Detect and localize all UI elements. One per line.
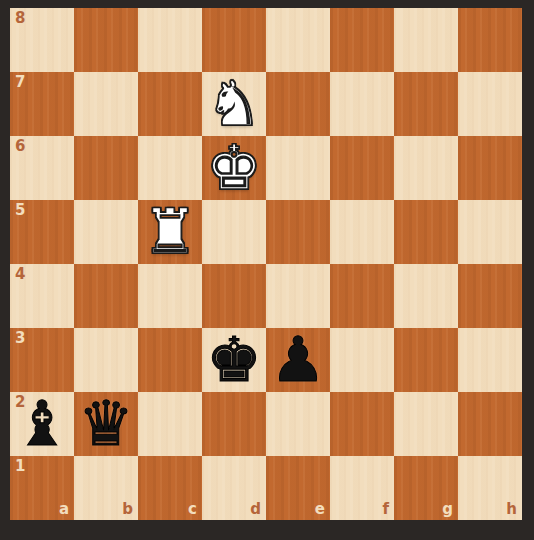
square-a2[interactable]: 2♝ (10, 392, 74, 456)
file-label-h: h (506, 502, 517, 517)
square-d2[interactable] (202, 392, 266, 456)
square-c8[interactable] (138, 8, 202, 72)
rank-label-8: 8 (15, 11, 25, 26)
square-e5[interactable] (266, 200, 330, 264)
rank-label-5: 5 (15, 203, 25, 218)
square-f7[interactable] (330, 72, 394, 136)
square-h6[interactable] (458, 136, 522, 200)
square-h8[interactable] (458, 8, 522, 72)
square-d3[interactable]: ♚ (202, 328, 266, 392)
square-a1[interactable]: 1a (10, 456, 74, 520)
square-g6[interactable] (394, 136, 458, 200)
file-label-a: a (59, 502, 69, 517)
square-e2[interactable] (266, 392, 330, 456)
rank-label-7: 7 (15, 75, 25, 90)
square-a4[interactable]: 4 (10, 264, 74, 328)
square-g4[interactable] (394, 264, 458, 328)
square-e3[interactable]: ♟ (266, 328, 330, 392)
square-b7[interactable] (74, 72, 138, 136)
square-e8[interactable] (266, 8, 330, 72)
square-g5[interactable] (394, 200, 458, 264)
file-label-c: c (188, 502, 197, 517)
square-a8[interactable]: 8 (10, 8, 74, 72)
chess-board: 87♞6♚5♜43♚♟2♝♛1abcdefgh (10, 8, 522, 520)
rank-label-3: 3 (15, 331, 25, 346)
square-b3[interactable] (74, 328, 138, 392)
black-bishop[interactable]: ♝ (10, 392, 74, 456)
square-d6[interactable]: ♚ (202, 136, 266, 200)
square-c1[interactable]: c (138, 456, 202, 520)
square-b2[interactable]: ♛ (74, 392, 138, 456)
square-f1[interactable]: f (330, 456, 394, 520)
square-b1[interactable]: b (74, 456, 138, 520)
square-f4[interactable] (330, 264, 394, 328)
white-knight[interactable]: ♞ (202, 72, 266, 136)
white-rook[interactable]: ♜ (138, 200, 202, 264)
black-queen[interactable]: ♛ (74, 392, 138, 456)
square-b5[interactable] (74, 200, 138, 264)
square-f5[interactable] (330, 200, 394, 264)
square-f6[interactable] (330, 136, 394, 200)
square-d4[interactable] (202, 264, 266, 328)
square-g8[interactable] (394, 8, 458, 72)
black-pawn[interactable]: ♟ (266, 328, 330, 392)
file-label-f: f (382, 502, 389, 517)
square-c7[interactable] (138, 72, 202, 136)
square-h3[interactable] (458, 328, 522, 392)
square-e1[interactable]: e (266, 456, 330, 520)
square-f3[interactable] (330, 328, 394, 392)
file-label-b: b (122, 502, 133, 517)
rank-label-1: 1 (15, 459, 25, 474)
square-h5[interactable] (458, 200, 522, 264)
square-h4[interactable] (458, 264, 522, 328)
square-e4[interactable] (266, 264, 330, 328)
square-h2[interactable] (458, 392, 522, 456)
square-h1[interactable]: h (458, 456, 522, 520)
square-a6[interactable]: 6 (10, 136, 74, 200)
square-g2[interactable] (394, 392, 458, 456)
square-f2[interactable] (330, 392, 394, 456)
square-a3[interactable]: 3 (10, 328, 74, 392)
square-b4[interactable] (74, 264, 138, 328)
square-b8[interactable] (74, 8, 138, 72)
square-d5[interactable] (202, 200, 266, 264)
rank-label-6: 6 (15, 139, 25, 154)
board-frame: 87♞6♚5♜43♚♟2♝♛1abcdefgh (0, 0, 534, 540)
square-e6[interactable] (266, 136, 330, 200)
square-c6[interactable] (138, 136, 202, 200)
square-d1[interactable]: d (202, 456, 266, 520)
square-g1[interactable]: g (394, 456, 458, 520)
square-f8[interactable] (330, 8, 394, 72)
square-d8[interactable] (202, 8, 266, 72)
square-g3[interactable] (394, 328, 458, 392)
file-label-d: d (250, 502, 261, 517)
square-c4[interactable] (138, 264, 202, 328)
square-c3[interactable] (138, 328, 202, 392)
square-c2[interactable] (138, 392, 202, 456)
square-h7[interactable] (458, 72, 522, 136)
black-king[interactable]: ♚ (202, 328, 266, 392)
white-king[interactable]: ♚ (202, 136, 266, 200)
square-d7[interactable]: ♞ (202, 72, 266, 136)
square-e7[interactable] (266, 72, 330, 136)
file-label-e: e (315, 502, 325, 517)
square-c5[interactable]: ♜ (138, 200, 202, 264)
file-label-g: g (442, 502, 453, 517)
square-g7[interactable] (394, 72, 458, 136)
square-a5[interactable]: 5 (10, 200, 74, 264)
square-b6[interactable] (74, 136, 138, 200)
square-a7[interactable]: 7 (10, 72, 74, 136)
rank-label-4: 4 (15, 267, 25, 282)
